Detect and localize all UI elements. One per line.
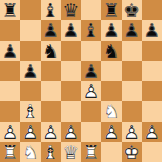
piece-glyph-outline: ♙ [122, 122, 142, 142]
square-b1[interactable]: ♞♘ [20, 142, 40, 162]
piece-glyph-outline: ♗ [20, 101, 40, 121]
piece-glyph-outline: ♖ [0, 0, 20, 20]
piece-glyph-outline: ♙ [0, 122, 20, 142]
black-bishop[interactable]: ♝♗ [41, 0, 61, 20]
square-a7[interactable] [0, 20, 20, 40]
square-d7[interactable]: ♟♙ [61, 20, 81, 40]
square-a2[interactable]: ♟♙ [0, 122, 20, 142]
square-b7[interactable] [20, 20, 40, 40]
piece-glyph-outline: ♙ [122, 20, 142, 40]
black-pawn[interactable]: ♟♙ [122, 20, 142, 40]
square-e4[interactable]: ♟♙ [81, 81, 101, 101]
piece-glyph-outline: ♖ [81, 142, 101, 162]
black-pawn[interactable]: ♟♙ [142, 20, 162, 40]
black-rook[interactable]: ♜♖ [101, 0, 121, 20]
square-f5[interactable] [101, 61, 121, 81]
black-bishop[interactable]: ♝♗ [81, 20, 101, 40]
square-g1[interactable]: ♚♔ [122, 142, 142, 162]
black-knight[interactable]: ♞♘ [41, 41, 61, 61]
square-e8[interactable] [81, 0, 101, 20]
square-c8[interactable]: ♝♗ [41, 0, 61, 20]
square-b4[interactable] [20, 81, 40, 101]
square-f2[interactable]: ♟♙ [101, 122, 121, 142]
piece-glyph-outline: ♙ [41, 20, 61, 40]
white-knight[interactable]: ♞♘ [20, 142, 40, 162]
chess-board-panel: ♜♖♝♗♛♕♜♖♚♔♟♙♟♙♝♗♟♙♟♙♟♙♟♙♞♘♞♘♟♙♟♙♟♙♝♗♞♘♟♙… [0, 0, 162, 162]
piece-glyph-outline: ♙ [61, 20, 81, 40]
square-c4[interactable] [41, 81, 61, 101]
square-d4[interactable] [61, 81, 81, 101]
square-d6[interactable] [61, 41, 81, 61]
piece-glyph-outline: ♙ [41, 122, 61, 142]
square-e5[interactable]: ♟♙ [81, 61, 101, 81]
square-f1[interactable] [101, 142, 121, 162]
square-d2[interactable]: ♟♙ [61, 122, 81, 142]
square-b8[interactable] [20, 0, 40, 20]
black-queen[interactable]: ♛♕ [61, 0, 81, 20]
black-pawn[interactable]: ♟♙ [61, 20, 81, 40]
square-g3[interactable] [122, 101, 142, 121]
white-pawn[interactable]: ♟♙ [122, 122, 142, 142]
square-g6[interactable] [122, 41, 142, 61]
square-b5[interactable]: ♟♙ [20, 61, 40, 81]
square-c6[interactable]: ♞♘ [41, 41, 61, 61]
square-e2[interactable] [81, 122, 101, 142]
piece-glyph-outline: ♗ [41, 0, 61, 20]
piece-glyph-outline: ♔ [122, 142, 142, 162]
white-pawn[interactable]: ♟♙ [81, 81, 101, 101]
square-h4[interactable] [142, 81, 162, 101]
square-h8[interactable] [142, 0, 162, 20]
black-king[interactable]: ♚♔ [122, 0, 142, 20]
piece-glyph-outline: ♘ [41, 41, 61, 61]
white-pawn[interactable]: ♟♙ [101, 122, 121, 142]
square-f3[interactable]: ♞♘ [101, 101, 121, 121]
black-pawn[interactable]: ♟♙ [41, 20, 61, 40]
square-b6[interactable] [20, 41, 40, 61]
white-pawn[interactable]: ♟♙ [0, 122, 20, 142]
black-knight[interactable]: ♞♘ [101, 41, 121, 61]
white-queen[interactable]: ♛♕ [61, 142, 81, 162]
white-pawn[interactable]: ♟♙ [142, 122, 162, 142]
square-e7[interactable]: ♝♗ [81, 20, 101, 40]
white-rook[interactable]: ♜♖ [81, 142, 101, 162]
square-h6[interactable] [142, 41, 162, 61]
piece-glyph-outline: ♙ [81, 81, 101, 101]
white-pawn[interactable]: ♟♙ [41, 122, 61, 142]
square-b2[interactable]: ♟♙ [20, 122, 40, 142]
white-pawn[interactable]: ♟♙ [20, 122, 40, 142]
piece-glyph-outline: ♘ [101, 41, 121, 61]
square-c2[interactable]: ♟♙ [41, 122, 61, 142]
piece-glyph-outline: ♔ [122, 0, 142, 20]
square-g2[interactable]: ♟♙ [122, 122, 142, 142]
square-d5[interactable] [61, 61, 81, 81]
square-c3[interactable] [41, 101, 61, 121]
square-b3[interactable]: ♝♗ [20, 101, 40, 121]
square-g7[interactable]: ♟♙ [122, 20, 142, 40]
piece-glyph-outline: ♖ [101, 0, 121, 20]
square-c5[interactable] [41, 61, 61, 81]
piece-glyph-outline: ♙ [20, 122, 40, 142]
black-pawn[interactable]: ♟♙ [0, 41, 20, 61]
square-h2[interactable]: ♟♙ [142, 122, 162, 142]
piece-glyph-outline: ♘ [101, 101, 121, 121]
piece-glyph-outline: ♙ [142, 20, 162, 40]
square-a5[interactable] [0, 61, 20, 81]
square-f4[interactable] [101, 81, 121, 101]
piece-glyph-outline: ♕ [61, 142, 81, 162]
black-pawn[interactable]: ♟♙ [101, 20, 121, 40]
square-e6[interactable] [81, 41, 101, 61]
piece-glyph-outline: ♗ [41, 142, 61, 162]
square-a4[interactable] [0, 81, 20, 101]
square-d1[interactable]: ♛♕ [61, 142, 81, 162]
square-g4[interactable] [122, 81, 142, 101]
piece-glyph-outline: ♙ [101, 122, 121, 142]
square-a6[interactable]: ♟♙ [0, 41, 20, 61]
white-king[interactable]: ♚♔ [122, 142, 142, 162]
piece-glyph-outline: ♙ [0, 41, 20, 61]
square-g8[interactable]: ♚♔ [122, 0, 142, 20]
piece-glyph-outline: ♗ [81, 20, 101, 40]
piece-glyph-outline: ♙ [142, 122, 162, 142]
black-pawn[interactable]: ♟♙ [81, 61, 101, 81]
square-a1[interactable]: ♜♖ [0, 142, 20, 162]
white-knight[interactable]: ♞♘ [101, 101, 121, 121]
piece-glyph-outline: ♕ [61, 0, 81, 20]
square-d8[interactable]: ♛♕ [61, 0, 81, 20]
white-bishop[interactable]: ♝♗ [20, 101, 40, 121]
square-f8[interactable]: ♜♖ [101, 0, 121, 20]
square-e3[interactable] [81, 101, 101, 121]
chess-board: ♜♖♝♗♛♕♜♖♚♔♟♙♟♙♝♗♟♙♟♙♟♙♟♙♞♘♞♘♟♙♟♙♟♙♝♗♞♘♟♙… [0, 0, 162, 162]
piece-glyph-outline: ♙ [20, 61, 40, 81]
square-h3[interactable] [142, 101, 162, 121]
square-f6[interactable]: ♞♘ [101, 41, 121, 61]
square-c1[interactable]: ♝♗ [41, 142, 61, 162]
square-e1[interactable]: ♜♖ [81, 142, 101, 162]
square-c7[interactable]: ♟♙ [41, 20, 61, 40]
white-rook[interactable]: ♜♖ [0, 142, 20, 162]
square-h1[interactable] [142, 142, 162, 162]
white-bishop[interactable]: ♝♗ [41, 142, 61, 162]
piece-glyph-outline: ♙ [61, 122, 81, 142]
square-a3[interactable] [0, 101, 20, 121]
piece-glyph-outline: ♖ [0, 142, 20, 162]
white-pawn[interactable]: ♟♙ [61, 122, 81, 142]
square-a8[interactable]: ♜♖ [0, 0, 20, 20]
square-d3[interactable] [61, 101, 81, 121]
square-h7[interactable]: ♟♙ [142, 20, 162, 40]
square-f7[interactable]: ♟♙ [101, 20, 121, 40]
piece-glyph-outline: ♘ [20, 142, 40, 162]
black-rook[interactable]: ♜♖ [0, 0, 20, 20]
black-pawn[interactable]: ♟♙ [20, 61, 40, 81]
square-g5[interactable] [122, 61, 142, 81]
piece-glyph-outline: ♙ [81, 61, 101, 81]
piece-glyph-outline: ♙ [101, 20, 121, 40]
square-h5[interactable] [142, 61, 162, 81]
